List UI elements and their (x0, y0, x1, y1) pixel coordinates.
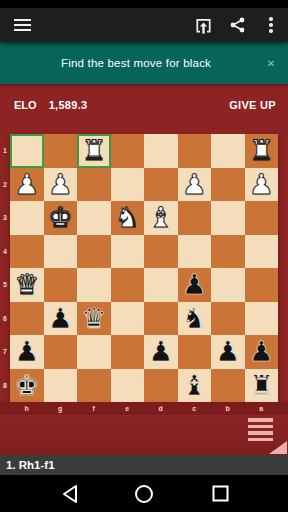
square-d7[interactable]: ♟ (144, 335, 178, 369)
square-h4[interactable] (10, 235, 44, 269)
white-king: ♚ (44, 201, 78, 235)
square-h8[interactable]: ♚ (10, 369, 44, 403)
elo-value: 1,589.3 (49, 99, 88, 111)
square-a7[interactable]: ♟ (245, 335, 279, 369)
status-bar (0, 0, 288, 8)
square-e2[interactable] (111, 168, 145, 202)
file-label-c: c (178, 402, 212, 415)
square-f8[interactable] (77, 369, 111, 403)
rank-label-2: 2 (0, 168, 10, 202)
square-a3[interactable] (245, 201, 279, 235)
square-e5[interactable] (111, 268, 145, 302)
file-label-a: a (245, 402, 279, 415)
square-e7[interactable] (111, 335, 145, 369)
stats-row: ELO 1,589.3 GIVE UP (0, 84, 288, 125)
square-f4[interactable] (77, 235, 111, 269)
black-bishop: ♝ (178, 369, 212, 403)
give-up-button[interactable]: GIVE UP (229, 99, 276, 111)
black-rook: ♜ (245, 369, 279, 403)
resize-handle-icon[interactable] (269, 441, 287, 454)
square-b8[interactable] (211, 369, 245, 403)
home-icon[interactable] (122, 475, 166, 512)
rank-label-5: 5 (0, 268, 10, 302)
black-pawn: ♟ (44, 302, 78, 336)
close-icon[interactable]: ✕ (254, 58, 288, 69)
square-a2[interactable]: ♟ (245, 168, 279, 202)
square-d2[interactable] (144, 168, 178, 202)
black-queen: ♛ (77, 302, 111, 336)
file-label-f: f (77, 402, 111, 415)
white-pawn: ♟ (178, 168, 212, 202)
square-g5[interactable] (44, 268, 78, 302)
square-e8[interactable] (111, 369, 145, 403)
rank-label-8: 8 (0, 369, 10, 403)
square-b4[interactable] (211, 235, 245, 269)
share-icon[interactable] (220, 8, 254, 42)
square-d6[interactable] (144, 302, 178, 336)
square-b2[interactable] (211, 168, 245, 202)
puzzle-banner-text: Find the best move for black (0, 57, 254, 69)
rank-labels: 12345678 (0, 134, 10, 402)
square-g7[interactable] (44, 335, 78, 369)
square-b7[interactable]: ♟ (211, 335, 245, 369)
square-e1[interactable] (111, 134, 145, 168)
app-window: Find the best move for black ✕ ELO 1,589… (0, 0, 288, 512)
puzzle-banner: Find the best move for black ✕ (0, 42, 288, 84)
square-c3[interactable] (178, 201, 212, 235)
square-d4[interactable] (144, 235, 178, 269)
rank-label-7: 7 (0, 335, 10, 369)
square-a8[interactable]: ♜ (245, 369, 279, 403)
square-g2[interactable]: ♟ (44, 168, 78, 202)
overflow-menu-icon[interactable] (254, 8, 288, 42)
white-bishop: ♝ (144, 201, 178, 235)
white-pawn: ♟ (245, 168, 279, 202)
app-bar-actions (186, 8, 288, 42)
square-c1[interactable] (178, 134, 212, 168)
file-label-b: b (211, 402, 245, 415)
square-d1[interactable] (144, 134, 178, 168)
file-labels: hgfedcba (10, 402, 278, 415)
move-text: 1. Rh1-f1 (6, 459, 55, 471)
square-a1[interactable]: ♜ (245, 134, 279, 168)
square-f2[interactable] (77, 168, 111, 202)
square-g3[interactable]: ♚ (44, 201, 78, 235)
square-e4[interactable] (111, 235, 145, 269)
file-label-e: e (111, 402, 145, 415)
square-g1[interactable] (44, 134, 78, 168)
file-strip: hgfedcba (0, 402, 288, 415)
white-rook: ♜ (245, 134, 279, 168)
square-f6[interactable]: ♛ (77, 302, 111, 336)
rank-label-1: 1 (0, 134, 10, 168)
square-b6[interactable] (211, 302, 245, 336)
black-pawn: ♟ (178, 268, 212, 302)
rank-label-3: 3 (0, 201, 10, 235)
white-pawn: ♟ (44, 168, 78, 202)
white-pawn: ♟ (10, 168, 44, 202)
elo-label: ELO (14, 99, 37, 111)
square-f5[interactable] (77, 268, 111, 302)
black-pawn: ♟ (144, 335, 178, 369)
rank-label-6: 6 (0, 302, 10, 336)
white-knight: ♞ (111, 201, 145, 235)
move-bar: 1. Rh1-f1 (0, 455, 288, 475)
file-label-h: h (10, 402, 44, 415)
square-f7[interactable] (77, 335, 111, 369)
square-g4[interactable] (44, 235, 78, 269)
square-h6[interactable] (10, 302, 44, 336)
file-label-d: d (144, 402, 178, 415)
square-b1[interactable] (211, 134, 245, 168)
square-g8[interactable] (44, 369, 78, 403)
square-a5[interactable] (245, 268, 279, 302)
recents-icon[interactable] (198, 475, 242, 512)
black-pawn: ♟ (10, 335, 44, 369)
black-king: ♚ (10, 369, 44, 403)
square-c6[interactable]: ♞ (178, 302, 212, 336)
square-c7[interactable] (178, 335, 212, 369)
rank-label-4: 4 (0, 235, 10, 269)
square-h7[interactable]: ♟ (10, 335, 44, 369)
chess-board: ♜♜♟♟♟♟♚♞♝♛♟♟♛♞♟♟♟♟♚♝♜ (10, 134, 278, 402)
square-h1[interactable] (10, 134, 44, 168)
square-b5[interactable] (211, 268, 245, 302)
back-icon[interactable] (47, 475, 91, 512)
square-c8[interactable]: ♝ (178, 369, 212, 403)
square-c5[interactable]: ♟ (178, 268, 212, 302)
square-h2[interactable]: ♟ (10, 168, 44, 202)
file-label-g: g (44, 402, 78, 415)
app-bar (0, 8, 288, 42)
menu-icon[interactable] (14, 19, 31, 31)
black-knight: ♞ (178, 302, 212, 336)
black-pawn: ♟ (245, 335, 279, 369)
square-b3[interactable] (211, 201, 245, 235)
square-a6[interactable] (245, 302, 279, 336)
square-g6[interactable]: ♟ (44, 302, 78, 336)
square-e6[interactable] (111, 302, 145, 336)
open-in-icon[interactable] (186, 8, 220, 42)
square-d3[interactable]: ♝ (144, 201, 178, 235)
white-rook: ♜ (77, 134, 111, 168)
square-a4[interactable] (245, 235, 279, 269)
nav-bar (0, 475, 288, 512)
square-c2[interactable]: ♟ (178, 168, 212, 202)
square-d5[interactable] (144, 268, 178, 302)
white-queen: ♛ (10, 268, 44, 302)
square-d8[interactable] (144, 369, 178, 403)
square-f3[interactable] (77, 201, 111, 235)
square-e3[interactable]: ♞ (111, 201, 145, 235)
square-f1[interactable]: ♜ (77, 134, 111, 168)
board-footer-area (0, 415, 288, 455)
square-h5[interactable]: ♛ (10, 268, 44, 302)
black-pawn: ♟ (211, 335, 245, 369)
square-c4[interactable] (178, 235, 212, 269)
square-h3[interactable] (10, 201, 44, 235)
move-list-icon[interactable] (248, 418, 273, 441)
